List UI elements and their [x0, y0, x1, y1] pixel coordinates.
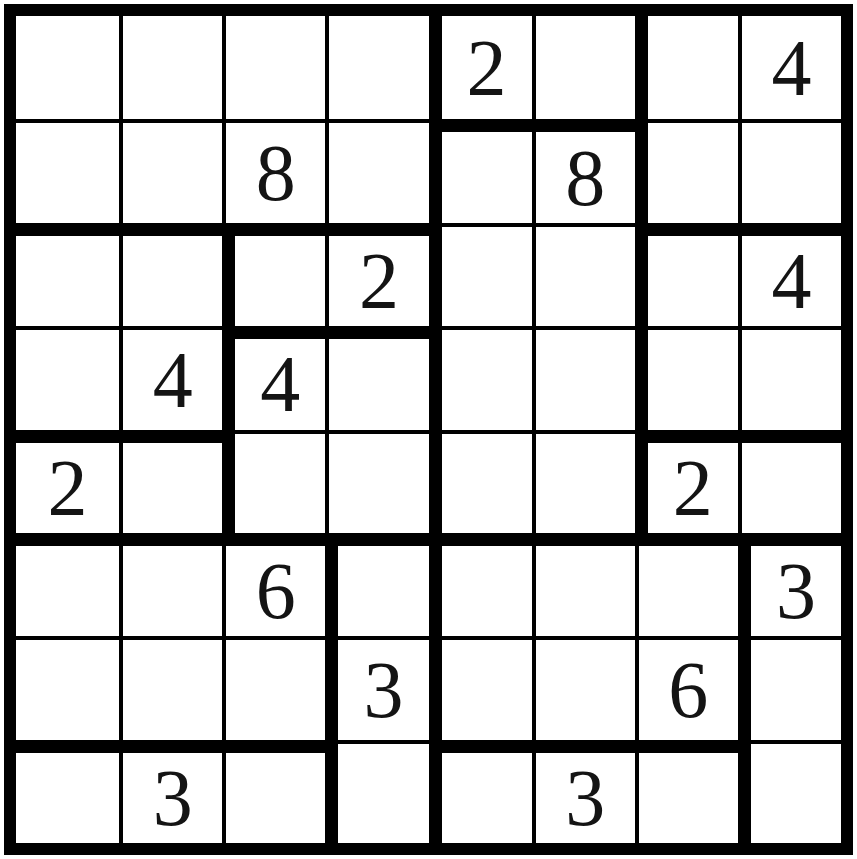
cell-r2c1[interactable] — [16, 119, 119, 222]
cell-r5c2[interactable] — [119, 430, 222, 533]
cell-r4c1[interactable] — [16, 326, 119, 429]
cell-r3c7[interactable] — [635, 223, 738, 326]
cell-r1c2[interactable] — [119, 16, 222, 119]
cell-r2c6[interactable]: 8 — [532, 119, 635, 222]
cell-r5c6[interactable] — [532, 430, 635, 533]
shikaku-board: 2488244422633633 — [4, 4, 853, 855]
cell-r6c3[interactable]: 6 — [222, 533, 325, 636]
cell-r6c7[interactable] — [635, 533, 738, 636]
cell-r6c5[interactable] — [429, 533, 532, 636]
cell-r1c5[interactable]: 2 — [429, 16, 532, 119]
cell-r5c7[interactable]: 2 — [635, 430, 738, 533]
cell-r4c2[interactable]: 4 — [119, 326, 222, 429]
cell-r4c8[interactable] — [738, 326, 841, 429]
cell-r7c5[interactable] — [429, 636, 532, 739]
cell-r2c2[interactable] — [119, 119, 222, 222]
cell-r8c6[interactable]: 3 — [532, 740, 635, 843]
page: 2488244422633633 — [0, 0, 857, 859]
cell-r7c8[interactable] — [738, 636, 841, 739]
cell-r4c6[interactable] — [532, 326, 635, 429]
cell-r2c8[interactable] — [738, 119, 841, 222]
cell-r4c3[interactable]: 4 — [222, 326, 325, 429]
cell-r8c1[interactable] — [16, 740, 119, 843]
cell-r5c1[interactable]: 2 — [16, 430, 119, 533]
cell-r6c1[interactable] — [16, 533, 119, 636]
cell-r1c1[interactable] — [16, 16, 119, 119]
cell-r3c8[interactable]: 4 — [738, 223, 841, 326]
cell-r3c1[interactable] — [16, 223, 119, 326]
cell-r5c3[interactable] — [222, 430, 325, 533]
cell-r7c4[interactable]: 3 — [325, 636, 428, 739]
cell-r5c4[interactable] — [325, 430, 428, 533]
cell-r7c7[interactable]: 6 — [635, 636, 738, 739]
cell-r6c4[interactable] — [325, 533, 428, 636]
cell-r5c8[interactable] — [738, 430, 841, 533]
cell-r2c4[interactable] — [325, 119, 428, 222]
cell-r2c3[interactable]: 8 — [222, 119, 325, 222]
cell-r4c4[interactable] — [325, 326, 428, 429]
cell-r1c3[interactable] — [222, 16, 325, 119]
cell-r3c4[interactable]: 2 — [325, 223, 428, 326]
cell-r8c7[interactable] — [635, 740, 738, 843]
cell-r3c6[interactable] — [532, 223, 635, 326]
cell-r2c7[interactable] — [635, 119, 738, 222]
cell-r1c6[interactable] — [532, 16, 635, 119]
cell-r7c6[interactable] — [532, 636, 635, 739]
cell-r7c1[interactable] — [16, 636, 119, 739]
cell-r3c2[interactable] — [119, 223, 222, 326]
cell-r7c3[interactable] — [222, 636, 325, 739]
cell-r1c7[interactable] — [635, 16, 738, 119]
cell-r1c8[interactable]: 4 — [738, 16, 841, 119]
cell-r6c6[interactable] — [532, 533, 635, 636]
cell-r8c2[interactable]: 3 — [119, 740, 222, 843]
cell-r6c8[interactable]: 3 — [738, 533, 841, 636]
cell-r1c4[interactable] — [325, 16, 428, 119]
cell-r8c4[interactable] — [325, 740, 428, 843]
cell-r6c2[interactable] — [119, 533, 222, 636]
cell-r3c3[interactable] — [222, 223, 325, 326]
cell-r8c8[interactable] — [738, 740, 841, 843]
cell-r7c2[interactable] — [119, 636, 222, 739]
cell-r4c7[interactable] — [635, 326, 738, 429]
cell-r8c3[interactable] — [222, 740, 325, 843]
cell-r8c5[interactable] — [429, 740, 532, 843]
cell-r2c5[interactable] — [429, 119, 532, 222]
cell-r4c5[interactable] — [429, 326, 532, 429]
cell-r3c5[interactable] — [429, 223, 532, 326]
cell-r5c5[interactable] — [429, 430, 532, 533]
